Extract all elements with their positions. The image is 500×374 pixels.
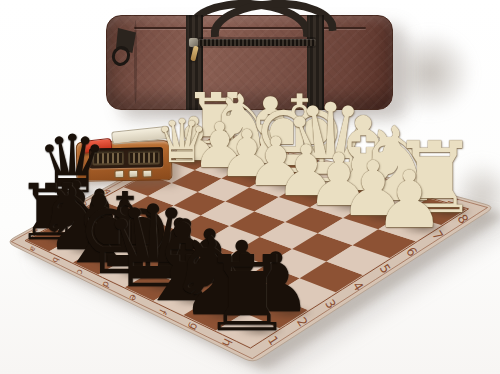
piece-shadow bbox=[57, 185, 109, 200]
piece-shadow bbox=[171, 156, 210, 167]
piece-shadow bbox=[390, 218, 457, 238]
product-photo-scene: aabbccddeeffgghh1122334455667788 ♜♞♟♛♝♟♚… bbox=[0, 0, 500, 374]
piece-shadow bbox=[228, 321, 293, 340]
piece-shadow bbox=[257, 303, 322, 322]
pieces-layer: ♜♞♟♛♝♟♚♟♛♟♝♛♟♞♟♜♟♟♟♟♜♟♞♟♝♟♚♟♛♟♝♟♞♜ bbox=[0, 0, 500, 374]
